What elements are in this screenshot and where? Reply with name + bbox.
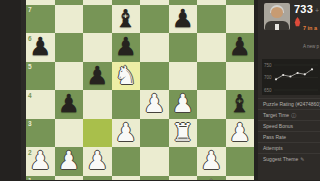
- square-g1[interactable]: ♚: [197, 176, 226, 181]
- menu-item-label: Target Time: [263, 112, 289, 118]
- square-d1[interactable]: [112, 176, 141, 181]
- graph-ytick: 650: [264, 88, 272, 93]
- piece-white-pawn[interactable]: ♟: [112, 119, 141, 148]
- rating-point: [311, 68, 313, 70]
- piece-black-pawn[interactable]: ♟: [226, 33, 255, 62]
- square-e3[interactable]: [140, 119, 169, 148]
- rank-label-1: 1: [28, 177, 32, 180]
- edit-icon: ✎: [300, 156, 304, 162]
- rating-point: [304, 73, 306, 75]
- piece-black-pawn[interactable]: ♟: [55, 90, 84, 119]
- avatar[interactable]: [264, 3, 290, 30]
- square-h3[interactable]: ♟: [226, 119, 255, 148]
- rank-label-2: 2: [28, 149, 32, 156]
- piece-black-bishop[interactable]: ♝: [112, 5, 141, 34]
- graph-ytick: 750: [264, 63, 272, 68]
- menu-item-label: Pass Rate: [263, 134, 286, 140]
- square-d3[interactable]: ♟: [112, 119, 141, 148]
- square-h7[interactable]: [226, 5, 255, 34]
- chess-board[interactable]: 8♝♟7♟♟♟6♟♞5♟♟♟♝4♟♜♟3♟♟♟♟2♚1: [26, 0, 254, 180]
- puzzles-page: 8♝♟7♟♟♟6♟♞5♟♟♟♝4♟♜♟3♟♟♟♟2♚1 733 + 7 in a: [0, 0, 320, 180]
- menu-item-speed-bonus: Speed Bonus: [258, 120, 320, 131]
- piece-white-pawn[interactable]: ♟: [197, 147, 226, 176]
- rating-change: +: [315, 7, 319, 14]
- square-f6[interactable]: [169, 33, 198, 62]
- square-c5[interactable]: ♟: [83, 62, 112, 91]
- menu-item-label: Speed Bonus: [263, 123, 293, 129]
- square-e4[interactable]: ♟: [140, 90, 169, 119]
- sidebar: 733 + 7 in a A new p 750700650 Puzzle Ra…: [258, 0, 320, 180]
- square-f5[interactable]: [169, 62, 198, 91]
- rank-label-7: 7: [28, 6, 32, 13]
- piece-black-pawn[interactable]: ♟: [83, 62, 112, 91]
- square-d6[interactable]: ♟: [112, 33, 141, 62]
- piece-black-bishop[interactable]: ♝: [226, 90, 255, 119]
- square-e6[interactable]: [140, 33, 169, 62]
- rank-label-5: 5: [28, 63, 32, 70]
- rating-line: [276, 69, 312, 79]
- rank-label-3: 3: [28, 120, 32, 127]
- piece-white-pawn[interactable]: ♟: [83, 147, 112, 176]
- piece-white-king[interactable]: ♚: [197, 176, 226, 181]
- user-row: 733 + 7 in a A new p: [258, 0, 320, 52]
- piece-black-pawn[interactable]: ♟: [112, 33, 141, 62]
- rating-point: [297, 72, 299, 74]
- puzzle-stats-menu: Puzzle Rating (#2474860)Target TimeⓘSpee…: [258, 98, 320, 164]
- square-g3[interactable]: [197, 119, 226, 148]
- square-c4[interactable]: [83, 90, 112, 119]
- square-f4[interactable]: ♟: [169, 90, 198, 119]
- square-f7[interactable]: ♟: [169, 5, 198, 34]
- avatar-shirt: [275, 24, 279, 30]
- square-b3[interactable]: [55, 119, 84, 148]
- avatar-face: [271, 7, 283, 18]
- square-h2[interactable]: [226, 147, 255, 176]
- square-h1[interactable]: [226, 176, 255, 181]
- square-h5[interactable]: [226, 62, 255, 91]
- square-d4[interactable]: [112, 90, 141, 119]
- square-g5[interactable]: [197, 62, 226, 91]
- piece-white-pawn[interactable]: ♟: [226, 119, 255, 148]
- square-f3[interactable]: ♜: [169, 119, 198, 148]
- rating-point: [282, 74, 284, 76]
- square-b4[interactable]: ♟: [55, 90, 84, 119]
- piece-white-rook[interactable]: ♜: [169, 119, 198, 148]
- menu-item-label: Suggest Theme: [263, 156, 298, 162]
- info-icon[interactable]: ⓘ: [291, 112, 296, 118]
- square-g4[interactable]: [197, 90, 226, 119]
- square-b7[interactable]: [55, 5, 84, 34]
- square-c6[interactable]: [83, 33, 112, 62]
- square-d5[interactable]: ♞: [112, 62, 141, 91]
- square-c7[interactable]: [83, 5, 112, 34]
- square-f2[interactable]: [169, 147, 198, 176]
- menu-item-label: Puzzle Rating (#2474860): [263, 101, 320, 107]
- puzzle-rating-value: 733: [294, 3, 313, 15]
- piece-white-knight[interactable]: ♞: [112, 62, 141, 91]
- rating-point: [289, 75, 291, 77]
- piece-black-pawn[interactable]: ♟: [169, 5, 198, 34]
- square-b1[interactable]: [55, 176, 84, 181]
- square-b2[interactable]: ♟: [55, 147, 84, 176]
- square-c2[interactable]: ♟: [83, 147, 112, 176]
- streak-count: 7 in a: [303, 25, 317, 31]
- square-e1[interactable]: [140, 176, 169, 181]
- streak-text: 7 in a A new p: [303, 16, 319, 52]
- square-f1[interactable]: [169, 176, 198, 181]
- piece-white-pawn[interactable]: ♟: [55, 147, 84, 176]
- streak-subtext: A new p: [303, 44, 319, 49]
- menu-item-suggest-theme[interactable]: Suggest Theme✎: [258, 153, 320, 164]
- rating-graph: 750700650: [262, 59, 320, 95]
- piece-white-pawn[interactable]: ♟: [169, 90, 198, 119]
- square-b5[interactable]: [55, 62, 84, 91]
- user-meta: 733 + 7 in a A new p: [294, 3, 319, 52]
- square-e5[interactable]: [140, 62, 169, 91]
- rank-label-4: 4: [28, 92, 32, 99]
- menu-item-target-time: Target Timeⓘ: [258, 109, 320, 120]
- square-g6[interactable]: [197, 33, 226, 62]
- square-g7[interactable]: [197, 5, 226, 34]
- menu-item-pass-rate: Pass Rate: [258, 131, 320, 142]
- square-d7[interactable]: ♝: [112, 5, 141, 34]
- menu-item-label: Attempts: [263, 145, 283, 151]
- menu-item-puzzle-rating: Puzzle Rating (#2474860): [258, 98, 320, 109]
- square-h6[interactable]: ♟: [226, 33, 255, 62]
- square-e7[interactable]: [140, 5, 169, 34]
- rank-label-6: 6: [28, 35, 32, 42]
- rating-graph-panel: 750700650: [262, 59, 320, 95]
- piece-white-pawn[interactable]: ♟: [140, 90, 169, 119]
- square-e2[interactable]: [140, 147, 169, 176]
- square-c3[interactable]: [83, 119, 112, 148]
- square-g2[interactable]: ♟: [197, 147, 226, 176]
- square-b6[interactable]: [55, 33, 84, 62]
- graph-ytick: 700: [264, 75, 272, 80]
- square-c1[interactable]: [83, 176, 112, 181]
- menu-item-attempts: Attempts: [258, 142, 320, 153]
- square-d2[interactable]: [112, 147, 141, 176]
- square-h4[interactable]: ♝: [226, 90, 255, 119]
- streak-flame-icon: [294, 17, 301, 27]
- rating-point: [275, 78, 277, 80]
